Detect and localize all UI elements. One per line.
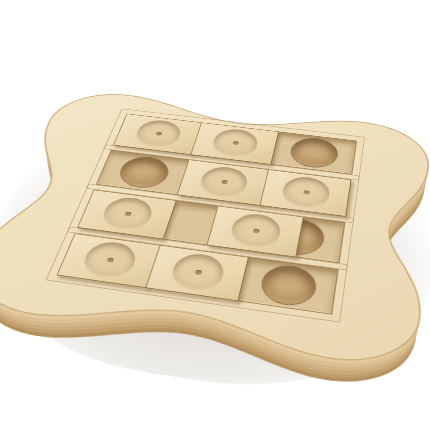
recess-center-dot — [303, 190, 310, 195]
scene — [0, 0, 430, 430]
slider-recess — [197, 165, 251, 200]
slider-recess — [132, 118, 185, 149]
recess-center-dot — [155, 132, 162, 136]
product-photo — [0, 0, 430, 430]
slider-recess — [209, 127, 260, 159]
treat-well — [287, 135, 339, 170]
slider-recess — [280, 175, 332, 211]
recess-center-dot — [124, 211, 131, 216]
recess-center-dot — [221, 180, 228, 184]
recess-center-dot — [232, 141, 238, 145]
puzzle-board — [0, 83, 430, 382]
treat-well — [114, 154, 172, 190]
